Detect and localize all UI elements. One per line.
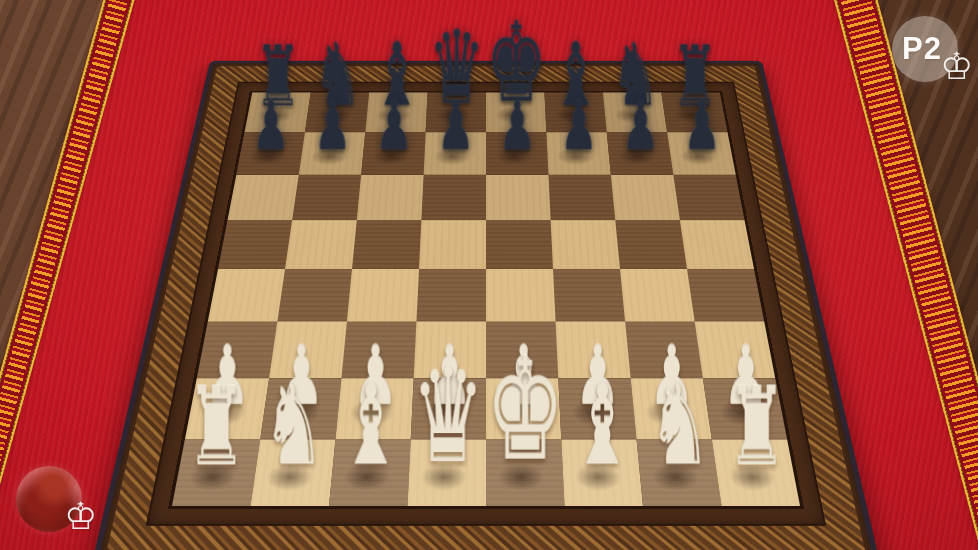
player1-avatar: ♔ — [16, 466, 82, 532]
chessboard: ♜♞♝♛♚♝♞♜♟♟♟♟♟♟♟♟♟♟♟♟♟♟♟♟♜♞♝♛♚♝♞♜ — [91, 61, 881, 550]
square-a4[interactable] — [208, 269, 285, 321]
board-grid: ♜♞♝♛♚♝♞♜♟♟♟♟♟♟♟♟♟♟♟♟♟♟♟♟♜♞♝♛♚♝♞♜ — [168, 91, 804, 509]
square-g4[interactable] — [620, 269, 695, 321]
square-h5[interactable] — [680, 220, 754, 269]
piece-black-pawn[interactable]: ♟ — [252, 93, 290, 158]
piece-white-rook[interactable]: ♜ — [726, 376, 786, 479]
square-c1[interactable]: ♝ — [329, 439, 411, 506]
square-d5[interactable] — [419, 220, 486, 269]
square-f6[interactable] — [548, 175, 615, 220]
board-frame: ♜♞♝♛♚♝♞♜♟♟♟♟♟♟♟♟♟♟♟♟♟♟♟♟♜♞♝♛♚♝♞♜ — [91, 61, 881, 550]
piece-black-pawn[interactable]: ♟ — [436, 93, 474, 158]
piece-black-pawn[interactable]: ♟ — [621, 93, 659, 158]
square-a1[interactable]: ♜ — [172, 439, 260, 506]
square-f1[interactable]: ♝ — [561, 439, 643, 506]
square-d6[interactable] — [421, 175, 486, 220]
white-king-icon: ♔ — [64, 498, 97, 535]
square-g6[interactable] — [611, 175, 680, 220]
scene: ♜♞♝♛♚♝♞♜♟♟♟♟♟♟♟♟♟♟♟♟♟♟♟♟♜♞♝♛♚♝♞♜ P2 ♔ ♔ — [0, 0, 978, 550]
square-d1[interactable]: ♛ — [407, 439, 486, 506]
piece-black-pawn[interactable]: ♟ — [683, 93, 721, 158]
square-e5[interactable] — [486, 220, 553, 269]
piece-black-pawn[interactable]: ♟ — [313, 93, 351, 158]
square-e1[interactable]: ♚ — [486, 439, 565, 506]
square-f5[interactable] — [551, 220, 620, 269]
piece-black-pawn[interactable]: ♟ — [559, 93, 597, 158]
piece-white-queen[interactable]: ♛ — [411, 354, 484, 479]
piece-white-king[interactable]: ♚ — [485, 343, 564, 479]
square-g5[interactable] — [615, 220, 687, 269]
square-c4[interactable] — [347, 269, 419, 321]
square-b5[interactable] — [285, 220, 357, 269]
piece-black-pawn[interactable]: ♟ — [498, 93, 536, 158]
square-c7[interactable]: ♟ — [361, 132, 425, 174]
square-c5[interactable] — [352, 220, 421, 269]
piece-white-bishop[interactable]: ♝ — [339, 371, 402, 478]
square-h7[interactable]: ♟ — [667, 132, 736, 174]
square-f7[interactable]: ♟ — [546, 132, 610, 174]
square-b7[interactable]: ♟ — [299, 132, 366, 174]
square-g7[interactable]: ♟ — [607, 132, 674, 174]
white-king-icon: ♔ — [940, 48, 973, 85]
square-e7[interactable]: ♟ — [486, 132, 548, 174]
square-d4[interactable] — [416, 269, 486, 321]
square-h6[interactable] — [673, 175, 744, 220]
square-d7[interactable]: ♟ — [424, 132, 486, 174]
square-e6[interactable] — [486, 175, 551, 220]
square-h4[interactable] — [687, 269, 764, 321]
square-b6[interactable] — [292, 175, 361, 220]
square-h1[interactable]: ♜ — [712, 439, 800, 506]
square-b1[interactable]: ♞ — [250, 439, 335, 506]
player2-label: P2 — [902, 31, 942, 67]
piece-white-knight[interactable]: ♞ — [648, 371, 711, 478]
square-g1[interactable]: ♞ — [637, 439, 722, 506]
square-a6[interactable] — [227, 175, 298, 220]
square-e4[interactable] — [486, 269, 556, 321]
square-b4[interactable] — [277, 269, 352, 321]
square-c6[interactable] — [357, 175, 424, 220]
piece-white-bishop[interactable]: ♝ — [570, 371, 633, 478]
square-a5[interactable] — [218, 220, 292, 269]
piece-black-pawn[interactable]: ♟ — [375, 93, 413, 158]
piece-white-rook[interactable]: ♜ — [186, 376, 246, 479]
square-a7[interactable]: ♟ — [236, 132, 305, 174]
piece-white-knight[interactable]: ♞ — [262, 371, 325, 478]
square-f4[interactable] — [553, 269, 625, 321]
player2-badge: P2 ♔ — [892, 16, 958, 82]
